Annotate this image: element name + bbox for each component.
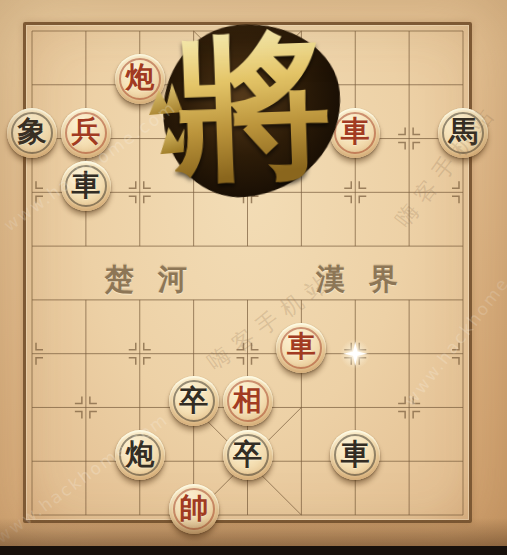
- piece-glyph: 卒: [233, 440, 262, 469]
- piece-glyph: 車: [71, 171, 100, 200]
- piece-glyph: 相: [233, 386, 262, 415]
- piece-glyph: 車: [341, 117, 370, 146]
- piece-black-chariot[interactable]: 車: [61, 161, 111, 211]
- piece-glyph: 炮: [125, 440, 154, 469]
- piece-red-chariot[interactable]: 車: [330, 108, 380, 158]
- piece-glyph: 車: [287, 332, 316, 361]
- piece-glyph: 車: [341, 440, 370, 469]
- piece-red-horse[interactable]: 馬: [169, 108, 219, 158]
- piece-red-general[interactable]: 帥: [169, 484, 219, 534]
- piece-black-soldier[interactable]: 卒: [169, 376, 219, 426]
- piece-glyph: 馬: [179, 117, 208, 146]
- piece-red-chariot[interactable]: 車: [276, 323, 326, 373]
- piece-glyph: 炮: [125, 63, 154, 92]
- piece-glyph: 帥: [179, 494, 208, 523]
- piece-black-cannon[interactable]: 炮: [115, 430, 165, 480]
- piece-black-soldier[interactable]: 卒: [223, 430, 273, 480]
- piece-black-horse[interactable]: 馬: [438, 108, 488, 158]
- piece-glyph: 將: [287, 63, 316, 92]
- piece-red-elephant[interactable]: 相: [223, 376, 273, 426]
- piece-glyph: 象: [18, 117, 47, 146]
- table-edge-strip: [0, 546, 507, 555]
- piece-red-cannon[interactable]: 炮: [115, 54, 165, 104]
- piece-black-general[interactable]: 將: [276, 54, 326, 104]
- xiangqi-game-screen: 楚河 漢界 炮將象兵馬車馬車車卒相炮卒車帥 將 www.hackhome.com…: [0, 0, 507, 555]
- piece-glyph: 卒: [179, 386, 208, 415]
- piece-glyph: 馬: [449, 117, 478, 146]
- piece-black-elephant[interactable]: 象: [7, 108, 57, 158]
- piece-red-soldier[interactable]: 兵: [61, 108, 111, 158]
- piece-glyph: 兵: [71, 117, 100, 146]
